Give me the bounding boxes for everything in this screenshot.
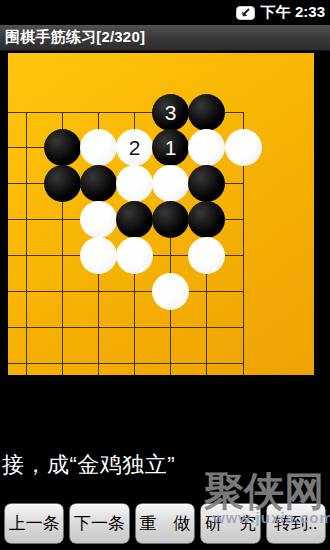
black-stone [80, 165, 117, 202]
grid-line [8, 291, 244, 292]
move-number: 2 [129, 137, 141, 158]
white-stone: 2 [116, 129, 153, 166]
grid-line [8, 327, 244, 328]
white-stone [225, 129, 262, 166]
title-bar: 围棋手筋练习[2/320] [0, 25, 330, 51]
app-title: 围棋手筋练习[2/320] [5, 28, 145, 47]
white-stone [152, 165, 189, 202]
status-notification-icon [236, 6, 255, 20]
black-stone: 3 [152, 94, 189, 131]
move-number: 3 [165, 102, 177, 123]
white-stone [188, 237, 225, 274]
button-bar: 上一条 下一条 重 做 研 究 转到.. [0, 503, 330, 544]
white-stone [152, 273, 189, 310]
white-stone [80, 201, 117, 238]
status-time: 下午 2:33 [261, 3, 325, 22]
study-button[interactable]: 研 究 [200, 503, 260, 544]
app-screen: 下午 2:33 围棋手筋练习[2/320] 321 接，成“金鸡独立” 上一条 … [0, 0, 330, 550]
problem-statement: 接，成“金鸡独立” [2, 450, 175, 480]
board-area: 321 [0, 51, 330, 375]
black-stone: 1 [152, 129, 189, 166]
white-stone [116, 237, 153, 274]
move-number: 1 [165, 137, 177, 158]
prev-button[interactable]: 上一条 [4, 503, 64, 544]
black-stone [188, 165, 225, 202]
black-stone [188, 201, 225, 238]
black-stone [116, 201, 153, 238]
white-stone [80, 237, 117, 274]
next-button[interactable]: 下一条 [69, 503, 129, 544]
white-stone [116, 165, 153, 202]
black-stone [44, 165, 81, 202]
white-stone [80, 129, 117, 166]
white-stone [188, 129, 225, 166]
goban[interactable]: 321 [8, 53, 314, 375]
goto-button[interactable]: 转到.. [266, 503, 326, 544]
black-stone [188, 94, 225, 131]
status-bar: 下午 2:33 [0, 0, 330, 25]
grid-line [26, 112, 27, 376]
grid-line [8, 363, 244, 364]
black-stone [152, 201, 189, 238]
redo-button[interactable]: 重 做 [135, 503, 195, 544]
black-stone [44, 129, 81, 166]
